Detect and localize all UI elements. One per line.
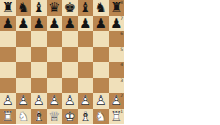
square-d4[interactable] xyxy=(47,62,63,78)
square-e1[interactable]: ♚♔ xyxy=(62,109,78,125)
piece-outline-glyph: ♙ xyxy=(48,94,60,108)
piece-white-bishop[interactable]: ♝♗ xyxy=(33,110,45,124)
piece-black-bishop[interactable]: ♝ xyxy=(33,1,45,15)
square-f2[interactable]: ♟♙ xyxy=(78,93,94,109)
piece-black-bishop[interactable]: ♝ xyxy=(79,1,91,15)
piece-outline-glyph: ♙ xyxy=(17,94,29,108)
square-b4[interactable] xyxy=(16,62,32,78)
square-c6[interactable] xyxy=(31,31,47,47)
piece-outline-glyph: ♖ xyxy=(110,110,122,124)
piece-white-knight[interactable]: ♞♘ xyxy=(95,110,107,124)
square-c2[interactable]: ♟♙ xyxy=(31,93,47,109)
square-g8[interactable]: ♞ xyxy=(93,0,109,16)
square-g3[interactable] xyxy=(93,78,109,94)
piece-black-pawn[interactable]: ♟ xyxy=(95,17,107,31)
piece-white-king[interactable]: ♚♔ xyxy=(64,110,76,124)
piece-black-king[interactable]: ♚ xyxy=(64,1,76,15)
square-d6[interactable] xyxy=(47,31,63,47)
piece-black-pawn[interactable]: ♟ xyxy=(17,17,29,31)
square-e7[interactable]: ♟ xyxy=(62,16,78,32)
square-e3[interactable] xyxy=(62,78,78,94)
square-d8[interactable]: ♛ xyxy=(47,0,63,16)
piece-black-pawn[interactable]: ♟ xyxy=(110,17,122,31)
piece-outline-glyph: ♕ xyxy=(48,110,60,124)
square-h6[interactable]: 6 xyxy=(109,31,125,47)
piece-white-rook[interactable]: ♜♖ xyxy=(2,110,14,124)
square-f5[interactable] xyxy=(78,47,94,63)
rank-label: 5 xyxy=(120,47,123,52)
square-h7[interactable]: 7♟ xyxy=(109,16,125,32)
square-h4[interactable]: 4 xyxy=(109,62,125,78)
square-a4[interactable] xyxy=(0,62,16,78)
rank-label: 3 xyxy=(120,78,123,83)
screenshot-canvas: ♜♞♝♛♚♝♞8♜♟♟♟♟♟♟♟7♟6543♟♙♟♙♟♙♟♙♟♙♟♙♟♙2♟♙♜… xyxy=(0,0,220,124)
square-e6[interactable] xyxy=(62,31,78,47)
piece-outline-glyph: ♙ xyxy=(79,94,91,108)
square-a7[interactable]: ♟ xyxy=(0,16,16,32)
square-d1[interactable]: ♛♕ xyxy=(47,109,63,125)
rank-label: 4 xyxy=(120,62,123,67)
square-f6[interactable] xyxy=(78,31,94,47)
square-e2[interactable]: ♟♙ xyxy=(62,93,78,109)
square-a3[interactable] xyxy=(0,78,16,94)
piece-white-pawn[interactable]: ♟♙ xyxy=(2,94,14,108)
square-a8[interactable]: ♜ xyxy=(0,0,16,16)
piece-white-pawn[interactable]: ♟♙ xyxy=(110,94,122,108)
square-h8[interactable]: 8♜ xyxy=(109,0,125,16)
piece-outline-glyph: ♙ xyxy=(33,94,45,108)
piece-black-queen[interactable]: ♛ xyxy=(48,1,60,15)
piece-outline-glyph: ♘ xyxy=(17,110,29,124)
piece-black-knight[interactable]: ♞ xyxy=(95,1,107,15)
square-g7[interactable]: ♟ xyxy=(93,16,109,32)
square-e4[interactable] xyxy=(62,62,78,78)
square-f7[interactable]: ♟ xyxy=(78,16,94,32)
square-b6[interactable] xyxy=(16,31,32,47)
square-d2[interactable]: ♟♙ xyxy=(47,93,63,109)
piece-white-pawn[interactable]: ♟♙ xyxy=(17,94,29,108)
piece-black-knight[interactable]: ♞ xyxy=(17,1,29,15)
square-c3[interactable] xyxy=(31,78,47,94)
square-f4[interactable] xyxy=(78,62,94,78)
chess-board: ♜♞♝♛♚♝♞8♜♟♟♟♟♟♟♟7♟6543♟♙♟♙♟♙♟♙♟♙♟♙♟♙2♟♙♜… xyxy=(0,0,124,124)
square-b1[interactable]: ♞♘ xyxy=(16,109,32,125)
piece-outline-glyph: ♙ xyxy=(95,94,107,108)
piece-white-knight[interactable]: ♞♘ xyxy=(17,110,29,124)
piece-outline-glyph: ♗ xyxy=(33,110,45,124)
square-g4[interactable] xyxy=(93,62,109,78)
piece-white-pawn[interactable]: ♟♙ xyxy=(95,94,107,108)
square-g5[interactable] xyxy=(93,47,109,63)
square-b8[interactable]: ♞ xyxy=(16,0,32,16)
square-e5[interactable] xyxy=(62,47,78,63)
piece-black-pawn[interactable]: ♟ xyxy=(64,17,76,31)
piece-outline-glyph: ♘ xyxy=(95,110,107,124)
piece-black-pawn[interactable]: ♟ xyxy=(33,17,45,31)
square-g1[interactable]: ♞♘ xyxy=(93,109,109,125)
square-b5[interactable] xyxy=(16,47,32,63)
square-b7[interactable]: ♟ xyxy=(16,16,32,32)
piece-white-rook[interactable]: ♜♖ xyxy=(110,110,122,124)
square-c4[interactable] xyxy=(31,62,47,78)
square-h1[interactable]: 1♜♖ xyxy=(109,109,125,125)
piece-black-rook[interactable]: ♜ xyxy=(110,1,122,15)
square-h5[interactable]: 5 xyxy=(109,47,125,63)
square-h3[interactable]: 3 xyxy=(109,78,125,94)
piece-white-queen[interactable]: ♛♕ xyxy=(48,110,60,124)
square-g6[interactable] xyxy=(93,31,109,47)
piece-white-pawn[interactable]: ♟♙ xyxy=(48,94,60,108)
piece-outline-glyph: ♙ xyxy=(64,94,76,108)
rank-label: 6 xyxy=(120,31,123,36)
square-f1[interactable]: ♝♗ xyxy=(78,109,94,125)
square-c5[interactable] xyxy=(31,47,47,63)
square-a1[interactable]: ♜♖ xyxy=(0,109,16,125)
square-c8[interactable]: ♝ xyxy=(31,0,47,16)
piece-black-pawn[interactable]: ♟ xyxy=(2,17,14,31)
square-b3[interactable] xyxy=(16,78,32,94)
square-f8[interactable]: ♝ xyxy=(78,0,94,16)
piece-white-bishop[interactable]: ♝♗ xyxy=(79,110,91,124)
square-g2[interactable]: ♟♙ xyxy=(93,93,109,109)
piece-white-pawn[interactable]: ♟♙ xyxy=(79,94,91,108)
piece-outline-glyph: ♙ xyxy=(110,94,122,108)
piece-outline-glyph: ♔ xyxy=(64,110,76,124)
piece-outline-glyph: ♗ xyxy=(79,110,91,124)
square-a2[interactable]: ♟♙ xyxy=(0,93,16,109)
square-f3[interactable] xyxy=(78,78,94,94)
square-d7[interactable]: ♟ xyxy=(47,16,63,32)
square-c1[interactable]: ♝♗ xyxy=(31,109,47,125)
piece-white-pawn[interactable]: ♟♙ xyxy=(64,94,76,108)
square-d5[interactable] xyxy=(47,47,63,63)
piece-outline-glyph: ♙ xyxy=(2,94,14,108)
piece-black-pawn[interactable]: ♟ xyxy=(79,17,91,31)
square-b2[interactable]: ♟♙ xyxy=(16,93,32,109)
square-a6[interactable] xyxy=(0,31,16,47)
square-h2[interactable]: 2♟♙ xyxy=(109,93,125,109)
piece-black-pawn[interactable]: ♟ xyxy=(48,17,60,31)
square-d3[interactable] xyxy=(47,78,63,94)
square-c7[interactable]: ♟ xyxy=(31,16,47,32)
empty-area xyxy=(124,0,220,124)
piece-black-rook[interactable]: ♜ xyxy=(2,1,14,15)
square-a5[interactable] xyxy=(0,47,16,63)
piece-outline-glyph: ♖ xyxy=(2,110,14,124)
square-e8[interactable]: ♚ xyxy=(62,0,78,16)
piece-white-pawn[interactable]: ♟♙ xyxy=(33,94,45,108)
